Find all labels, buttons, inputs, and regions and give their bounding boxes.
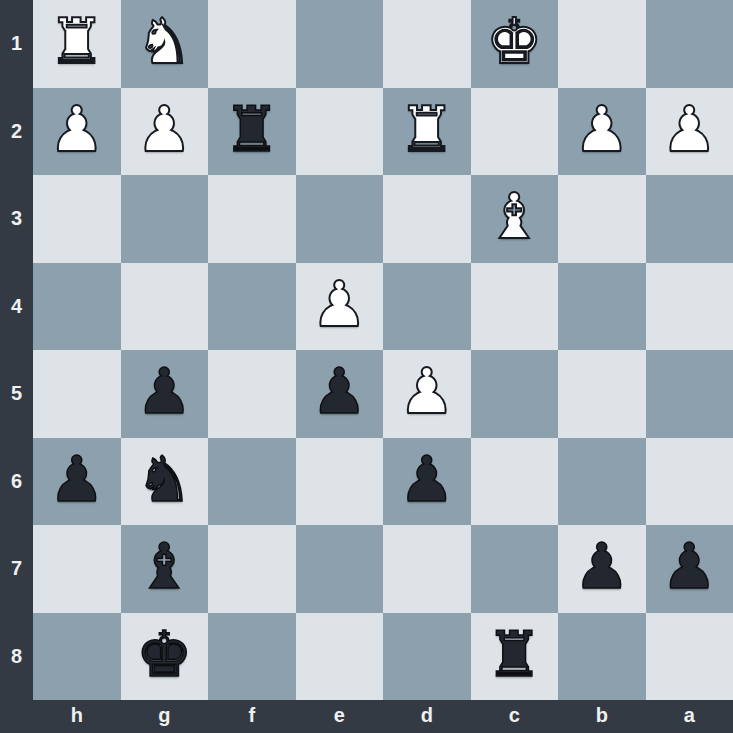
square-h4[interactable] xyxy=(33,263,121,351)
square-d5[interactable]: ♟ xyxy=(383,350,471,438)
piece-white-pawn[interactable]: ♟ xyxy=(311,273,367,336)
square-b3[interactable] xyxy=(558,175,646,263)
square-b6[interactable] xyxy=(558,438,646,526)
square-c8[interactable]: ♜ xyxy=(471,613,559,701)
square-e7[interactable] xyxy=(296,525,384,613)
square-b1[interactable] xyxy=(558,0,646,88)
square-e2[interactable] xyxy=(296,88,384,176)
square-g3[interactable] xyxy=(121,175,209,263)
square-d4[interactable] xyxy=(383,263,471,351)
square-e1[interactable] xyxy=(296,0,384,88)
square-c7[interactable] xyxy=(471,525,559,613)
piece-black-pawn[interactable]: ♟ xyxy=(399,448,455,511)
square-c1[interactable]: ♚ xyxy=(471,0,559,88)
square-f2[interactable]: ♜ xyxy=(208,88,296,176)
piece-black-king[interactable]: ♚ xyxy=(136,623,192,686)
square-e8[interactable] xyxy=(296,613,384,701)
piece-black-knight[interactable]: ♞ xyxy=(136,448,192,511)
square-f3[interactable] xyxy=(208,175,296,263)
square-h5[interactable] xyxy=(33,350,121,438)
file-label-g: g xyxy=(121,700,209,733)
piece-black-pawn[interactable]: ♟ xyxy=(661,535,717,598)
square-h1[interactable]: ♜ xyxy=(33,0,121,88)
square-b4[interactable] xyxy=(558,263,646,351)
square-c5[interactable] xyxy=(471,350,559,438)
piece-white-rook[interactable]: ♜ xyxy=(399,98,455,161)
square-a7[interactable]: ♟ xyxy=(646,525,733,613)
rank-label-6: 6 xyxy=(0,438,33,526)
square-g7[interactable]: ♝ xyxy=(121,525,209,613)
square-h6[interactable]: ♟ xyxy=(33,438,121,526)
file-label-h: h xyxy=(33,700,121,733)
square-f5[interactable] xyxy=(208,350,296,438)
square-b2[interactable]: ♟ xyxy=(558,88,646,176)
file-labels: hgfedcba xyxy=(33,700,733,733)
square-a2[interactable]: ♟ xyxy=(646,88,733,176)
square-c4[interactable] xyxy=(471,263,559,351)
square-c2[interactable] xyxy=(471,88,559,176)
square-g8[interactable]: ♚ xyxy=(121,613,209,701)
square-f4[interactable] xyxy=(208,263,296,351)
square-a8[interactable] xyxy=(646,613,733,701)
piece-white-bishop[interactable]: ♝ xyxy=(486,185,542,248)
rank-label-2: 2 xyxy=(0,88,33,176)
square-a3[interactable] xyxy=(646,175,733,263)
square-e6[interactable] xyxy=(296,438,384,526)
file-label-b: b xyxy=(558,700,646,733)
file-label-f: f xyxy=(208,700,296,733)
square-d2[interactable]: ♜ xyxy=(383,88,471,176)
square-e4[interactable]: ♟ xyxy=(296,263,384,351)
rank-label-4: 4 xyxy=(0,263,33,351)
square-g4[interactable] xyxy=(121,263,209,351)
square-a5[interactable] xyxy=(646,350,733,438)
square-c6[interactable] xyxy=(471,438,559,526)
piece-black-pawn[interactable]: ♟ xyxy=(136,360,192,423)
board-frame: 12345678 ♜♞♚♟♟♜♜♟♟♝♟♟♟♟♟♞♟♝♟♟♚♜ hgfedcba xyxy=(0,0,733,733)
file-label-c: c xyxy=(471,700,559,733)
square-a4[interactable] xyxy=(646,263,733,351)
piece-white-knight[interactable]: ♞ xyxy=(136,10,192,73)
square-b7[interactable]: ♟ xyxy=(558,525,646,613)
square-b8[interactable] xyxy=(558,613,646,701)
piece-white-pawn[interactable]: ♟ xyxy=(574,98,630,161)
chess-board: ♜♞♚♟♟♜♜♟♟♝♟♟♟♟♟♞♟♝♟♟♚♜ xyxy=(33,0,733,700)
square-f7[interactable] xyxy=(208,525,296,613)
square-h2[interactable]: ♟ xyxy=(33,88,121,176)
rank-label-5: 5 xyxy=(0,350,33,438)
square-a1[interactable] xyxy=(646,0,733,88)
square-h7[interactable] xyxy=(33,525,121,613)
piece-white-king[interactable]: ♚ xyxy=(486,10,542,73)
square-g5[interactable]: ♟ xyxy=(121,350,209,438)
square-e3[interactable] xyxy=(296,175,384,263)
square-g6[interactable]: ♞ xyxy=(121,438,209,526)
piece-white-pawn[interactable]: ♟ xyxy=(49,98,105,161)
file-label-e: e xyxy=(296,700,384,733)
square-d6[interactable]: ♟ xyxy=(383,438,471,526)
square-g2[interactable]: ♟ xyxy=(121,88,209,176)
square-b5[interactable] xyxy=(558,350,646,438)
piece-black-pawn[interactable]: ♟ xyxy=(574,535,630,598)
rank-label-3: 3 xyxy=(0,175,33,263)
square-c3[interactable]: ♝ xyxy=(471,175,559,263)
rank-labels: 12345678 xyxy=(0,0,33,700)
file-label-d: d xyxy=(383,700,471,733)
square-f8[interactable] xyxy=(208,613,296,701)
file-label-a: a xyxy=(646,700,733,733)
piece-black-pawn[interactable]: ♟ xyxy=(311,360,367,423)
square-d3[interactable] xyxy=(383,175,471,263)
square-a6[interactable] xyxy=(646,438,733,526)
square-g1[interactable]: ♞ xyxy=(121,0,209,88)
square-f1[interactable] xyxy=(208,0,296,88)
square-f6[interactable] xyxy=(208,438,296,526)
piece-white-rook[interactable]: ♜ xyxy=(49,10,105,73)
piece-black-rook[interactable]: ♜ xyxy=(224,98,280,161)
rank-label-8: 8 xyxy=(0,613,33,701)
piece-black-rook[interactable]: ♜ xyxy=(486,623,542,686)
square-d1[interactable] xyxy=(383,0,471,88)
rank-label-1: 1 xyxy=(0,0,33,88)
square-e5[interactable]: ♟ xyxy=(296,350,384,438)
piece-black-bishop[interactable]: ♝ xyxy=(136,535,192,598)
square-d8[interactable] xyxy=(383,613,471,701)
rank-label-7: 7 xyxy=(0,525,33,613)
square-h8[interactable] xyxy=(33,613,121,701)
piece-white-pawn[interactable]: ♟ xyxy=(399,360,455,423)
piece-black-pawn[interactable]: ♟ xyxy=(49,448,105,511)
piece-white-pawn[interactable]: ♟ xyxy=(136,98,192,161)
square-h3[interactable] xyxy=(33,175,121,263)
square-d7[interactable] xyxy=(383,525,471,613)
piece-white-pawn[interactable]: ♟ xyxy=(661,98,717,161)
